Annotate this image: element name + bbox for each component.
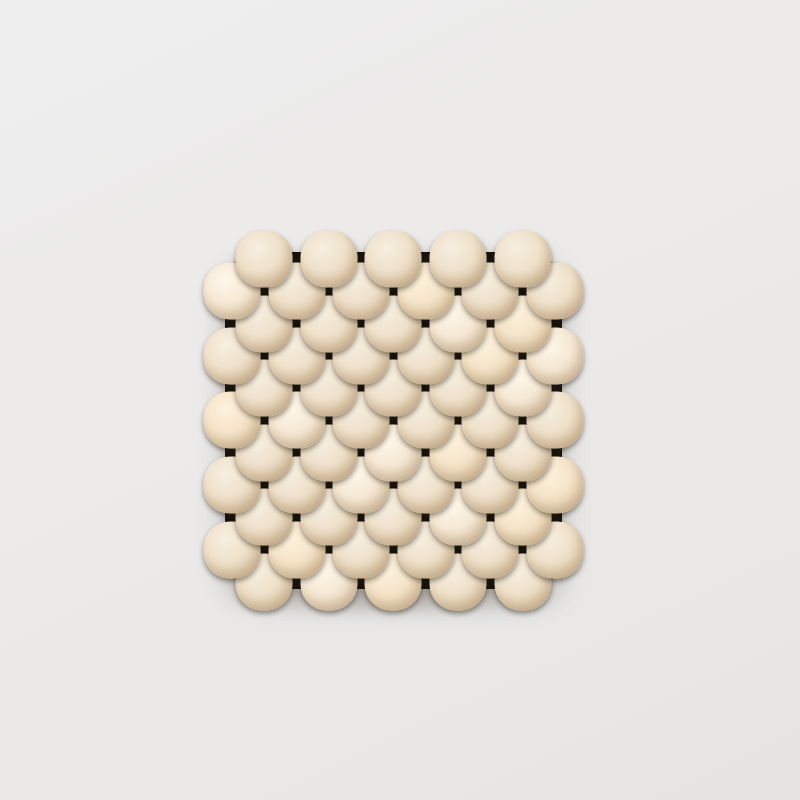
wooden-bead (506, 243, 538, 275)
wooden-bead (539, 340, 571, 372)
wooden-bead (539, 275, 571, 307)
wooden-bead (539, 404, 571, 436)
wooden-bead-trivet (201, 228, 586, 613)
photo-scene (0, 0, 800, 800)
wooden-bead (442, 243, 474, 275)
wooden-bead (539, 533, 571, 565)
wooden-bead (539, 469, 571, 501)
bead-grid-11x11 (216, 243, 571, 598)
wooden-bead (248, 243, 280, 275)
wooden-bead (313, 243, 345, 275)
wooden-bead (377, 243, 409, 275)
